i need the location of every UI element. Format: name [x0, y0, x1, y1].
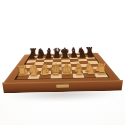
square-h1[interactable]: ♜ [94, 73, 108, 77]
board-scene: ♜♞♝♛♚♝♞♜♟♟♟♟♟♟♟♟♟♟♟♟♟♟♟♟♜♞♝♛♚♝♞♜ [0, 0, 125, 125]
chess-board: ♜♞♝♛♚♝♞♜♟♟♟♟♟♟♟♟♟♟♟♟♟♟♟♟♜♞♝♛♚♝♞♜ [3, 53, 121, 84]
board-grid: ♜♞♝♛♚♝♞♜♟♟♟♟♟♟♟♟♟♟♟♟♟♟♟♟♜♞♝♛♚♝♞♜ [16, 55, 108, 80]
board-playing-area: ♜♞♝♛♚♝♞♜♟♟♟♟♟♟♟♟♟♟♟♟♟♟♟♟♜♞♝♛♚♝♞♜ [14, 54, 109, 79]
photo-background: ♜♞♝♛♚♝♞♜♟♟♟♟♟♟♟♟♟♟♟♟♟♟♟♟♜♞♝♛♚♝♞♜ [0, 0, 125, 125]
piece-white-rook[interactable]: ♜ [92, 62, 111, 77]
piece-black-pawn[interactable]: ♟ [84, 49, 98, 58]
